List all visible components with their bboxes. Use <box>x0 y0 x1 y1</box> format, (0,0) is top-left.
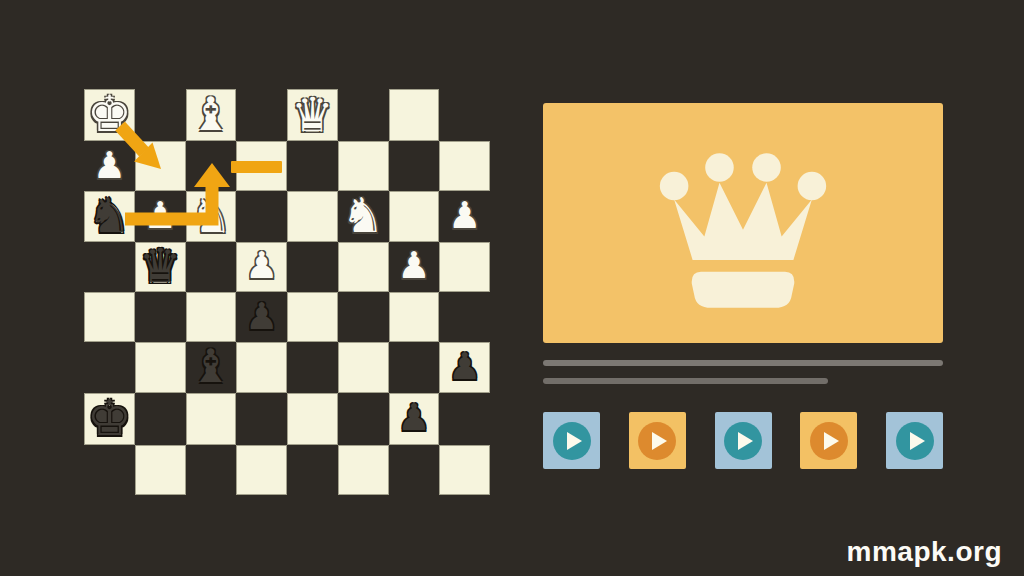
board-square: ♟ <box>389 393 440 445</box>
board-square: ♛ <box>135 242 186 292</box>
white-knight: ♞ <box>342 191 385 239</box>
board-square <box>236 393 287 445</box>
board-square: ♛ <box>287 89 338 141</box>
black-bishop: ♝ <box>190 343 231 389</box>
board-square <box>186 292 237 342</box>
board-square <box>389 292 440 342</box>
board-square: ♟ <box>84 141 135 191</box>
board-square: ♟ <box>236 242 287 292</box>
board-square <box>135 141 186 191</box>
board-square <box>236 141 287 191</box>
board-square <box>338 242 389 292</box>
board-square <box>135 342 186 392</box>
board-square <box>439 445 490 495</box>
board-square: ♟ <box>439 191 490 241</box>
board-square <box>389 89 440 141</box>
page: ♚♝♛♟♞♟♞♞♟♛♟♟♟♝♟♚♟ mmapk.org <box>0 0 1024 576</box>
play-circle <box>896 422 934 460</box>
board-square: ♞ <box>338 191 389 241</box>
board-square <box>135 89 186 141</box>
play-button-1[interactable] <box>543 412 600 469</box>
play-icon <box>567 432 582 450</box>
board-square <box>389 141 440 191</box>
board-square <box>135 445 186 495</box>
board-square <box>84 342 135 392</box>
chess-board: ♚♝♛♟♞♟♞♞♟♛♟♟♟♝♟♚♟ <box>84 89 490 495</box>
board-square <box>287 242 338 292</box>
board-square <box>84 292 135 342</box>
board-square <box>439 141 490 191</box>
board-square <box>236 191 287 241</box>
board-square: ♟ <box>439 342 490 392</box>
video-thumbnail-card[interactable] <box>543 103 943 343</box>
play-circle <box>553 422 591 460</box>
board-square <box>389 191 440 241</box>
board-square <box>186 445 237 495</box>
watermark-text: mmapk.org <box>847 536 1002 568</box>
board-square <box>389 445 440 495</box>
board-square: ♞ <box>84 191 135 241</box>
play-buttons-row <box>543 412 943 469</box>
placeholder-line-1 <box>543 360 943 366</box>
board-square <box>439 242 490 292</box>
black-knight: ♞ <box>88 191 131 239</box>
board-square <box>338 445 389 495</box>
white-pawn: ♟ <box>93 147 126 184</box>
board-square <box>84 445 135 495</box>
play-button-5[interactable] <box>886 412 943 469</box>
black-king: ♚ <box>87 393 132 443</box>
board-square: ♞ <box>186 191 237 241</box>
board-square <box>338 292 389 342</box>
board-square: ♚ <box>84 393 135 445</box>
white-pawn: ♟ <box>245 247 278 284</box>
white-knight: ♞ <box>189 191 232 239</box>
board-square <box>287 342 338 392</box>
play-circle <box>810 422 848 460</box>
board-square <box>186 393 237 445</box>
placeholder-line-2 <box>543 378 828 384</box>
board-square <box>236 445 287 495</box>
board-square <box>287 141 338 191</box>
play-circle <box>638 422 676 460</box>
white-pawn: ♟ <box>397 247 430 284</box>
white-bishop: ♝ <box>190 91 231 137</box>
board-square <box>135 292 186 342</box>
board-square: ♝ <box>186 89 237 141</box>
board-square <box>186 141 237 191</box>
board-square <box>338 141 389 191</box>
board-square <box>439 89 490 141</box>
board-square <box>287 191 338 241</box>
board-square <box>287 292 338 342</box>
black-pawn: ♟ <box>397 399 430 436</box>
board-square <box>186 242 237 292</box>
play-circle <box>724 422 762 460</box>
board-square <box>338 89 389 141</box>
white-pawn: ♟ <box>448 197 481 234</box>
black-pawn: ♟ <box>448 348 481 385</box>
board-square <box>236 89 287 141</box>
board-square <box>84 242 135 292</box>
board-square: ♝ <box>186 342 237 392</box>
play-button-4[interactable] <box>800 412 857 469</box>
board-square <box>287 445 338 495</box>
board-square: ♚ <box>84 89 135 141</box>
board-square <box>338 393 389 445</box>
board-square <box>338 342 389 392</box>
play-icon <box>652 432 667 450</box>
board-square <box>135 393 186 445</box>
play-button-2[interactable] <box>629 412 686 469</box>
white-queen: ♛ <box>291 91 333 138</box>
board-square: ♟ <box>135 191 186 241</box>
board-square <box>287 393 338 445</box>
board-square <box>439 292 490 342</box>
queen-crown-icon <box>659 144 827 312</box>
board-square <box>236 342 287 392</box>
white-king: ♚ <box>87 89 132 139</box>
board-square: ♟ <box>236 292 287 342</box>
play-button-3[interactable] <box>715 412 772 469</box>
white-pawn: ♟ <box>144 197 177 234</box>
black-queen: ♛ <box>139 242 181 289</box>
black-pawn: ♟ <box>245 298 278 335</box>
board-square <box>439 393 490 445</box>
play-icon <box>738 432 753 450</box>
board-square: ♟ <box>389 242 440 292</box>
play-icon <box>910 432 925 450</box>
play-icon <box>824 432 839 450</box>
board-square <box>389 342 440 392</box>
